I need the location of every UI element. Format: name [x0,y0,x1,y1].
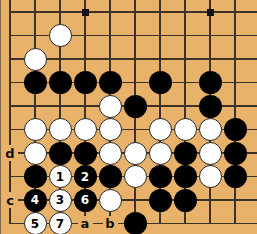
black-stone [49,142,72,165]
grid-line-horizontal [9,11,257,13]
black-stone [174,189,197,212]
white-stone [174,118,197,141]
move-number: 7 [56,218,64,230]
white-stone [199,142,222,165]
point-label-d: d [3,145,18,161]
white-stone [24,48,47,71]
white-stone [49,118,72,141]
white-stone [99,118,122,141]
black-stone [199,95,222,118]
black-stone [74,142,97,165]
white-stone [149,118,172,141]
star-point [82,9,89,16]
point-label-a: a [78,216,93,232]
white-stone [124,142,147,165]
white-stone [99,95,122,118]
black-stone [49,71,72,94]
move-number: 6 [81,194,89,206]
black-stone [24,165,47,188]
move-number: 4 [31,194,39,206]
point-label-c: c [3,192,18,208]
black-stone [124,95,147,118]
black-stone [24,71,47,94]
black-stone [99,71,122,94]
white-stone [149,142,172,165]
point-label-b: b [103,216,118,232]
black-stone [99,165,122,188]
white-stone [199,165,222,188]
white-stone [99,189,122,212]
image-left-border [0,0,1,234]
white-stone [24,118,47,141]
black-stone [224,165,247,188]
black-stone [174,142,197,165]
go-board: d12c43657ab [0,0,257,234]
numbered-black-stone-move-4: 4 [24,189,47,212]
white-stone [99,142,122,165]
grid-line-horizontal [9,35,257,37]
white-stone [124,165,147,188]
black-stone [224,118,247,141]
black-stone [174,165,197,188]
numbered-white-stone-move-3: 3 [49,189,72,212]
black-stone [74,71,97,94]
white-stone [74,118,97,141]
black-stone [149,165,172,188]
white-stone [199,118,222,141]
move-number: 2 [81,171,89,183]
black-stone [149,71,172,94]
numbered-black-stone-move-6: 6 [74,189,97,212]
move-number: 1 [56,171,64,183]
numbered-black-stone-move-2: 2 [74,165,97,188]
white-stone [24,142,47,165]
move-number: 3 [56,194,64,206]
black-stone [149,189,172,212]
white-stone [49,24,72,47]
black-stone [124,212,147,234]
numbered-white-stone-move-1: 1 [49,165,72,188]
grid-line-vertical [9,0,11,224]
grid-line-vertical [234,0,236,224]
star-point [207,9,214,16]
numbered-white-stone-move-7: 7 [49,212,72,234]
move-number: 5 [31,218,39,230]
black-stone [199,71,222,94]
numbered-white-stone-move-5: 5 [24,212,47,234]
black-stone [224,142,247,165]
